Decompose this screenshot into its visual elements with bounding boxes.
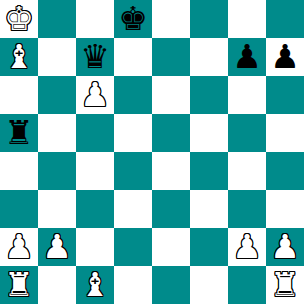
square-b6[interactable] <box>38 76 76 114</box>
piece-white-king[interactable]: ♚ <box>4 0 34 38</box>
square-d1[interactable] <box>114 266 152 304</box>
square-c2[interactable] <box>76 228 114 266</box>
square-f8[interactable] <box>190 0 228 38</box>
square-e7[interactable] <box>152 38 190 76</box>
chess-board: ♚♚♝♛♟♟♟♜♟♟♟♟♜♝♜ <box>0 0 304 304</box>
square-c6[interactable]: ♟ <box>76 76 114 114</box>
square-g3[interactable] <box>228 190 266 228</box>
square-f1[interactable] <box>190 266 228 304</box>
square-a5[interactable]: ♜ <box>0 114 38 152</box>
square-h1[interactable]: ♜ <box>266 266 304 304</box>
square-f3[interactable] <box>190 190 228 228</box>
square-e5[interactable] <box>152 114 190 152</box>
square-f4[interactable] <box>190 152 228 190</box>
square-d7[interactable] <box>114 38 152 76</box>
square-a2[interactable]: ♟ <box>0 228 38 266</box>
piece-white-rook[interactable]: ♜ <box>270 266 300 304</box>
square-e6[interactable] <box>152 76 190 114</box>
square-h3[interactable] <box>266 190 304 228</box>
square-a1[interactable]: ♜ <box>0 266 38 304</box>
square-c1[interactable]: ♝ <box>76 266 114 304</box>
square-h4[interactable] <box>266 152 304 190</box>
square-f7[interactable] <box>190 38 228 76</box>
piece-white-rook[interactable]: ♜ <box>4 266 34 304</box>
square-a6[interactable] <box>0 76 38 114</box>
square-g2[interactable]: ♟ <box>228 228 266 266</box>
square-d5[interactable] <box>114 114 152 152</box>
square-e1[interactable] <box>152 266 190 304</box>
square-b7[interactable] <box>38 38 76 76</box>
square-g6[interactable] <box>228 76 266 114</box>
square-g8[interactable] <box>228 0 266 38</box>
square-d6[interactable] <box>114 76 152 114</box>
square-e4[interactable] <box>152 152 190 190</box>
square-g5[interactable] <box>228 114 266 152</box>
square-h8[interactable] <box>266 0 304 38</box>
square-a7[interactable]: ♝ <box>0 38 38 76</box>
square-c4[interactable] <box>76 152 114 190</box>
square-d2[interactable] <box>114 228 152 266</box>
square-f5[interactable] <box>190 114 228 152</box>
square-a8[interactable]: ♚ <box>0 0 38 38</box>
piece-white-pawn[interactable]: ♟ <box>80 76 110 114</box>
piece-white-pawn[interactable]: ♟ <box>42 228 72 266</box>
square-e3[interactable] <box>152 190 190 228</box>
square-b8[interactable] <box>38 0 76 38</box>
square-b3[interactable] <box>38 190 76 228</box>
piece-white-pawn[interactable]: ♟ <box>270 228 300 266</box>
square-g7[interactable]: ♟ <box>228 38 266 76</box>
square-c8[interactable] <box>76 0 114 38</box>
piece-white-bishop[interactable]: ♝ <box>4 38 34 76</box>
square-d4[interactable] <box>114 152 152 190</box>
square-f6[interactable] <box>190 76 228 114</box>
square-c7[interactable]: ♛ <box>76 38 114 76</box>
square-b4[interactable] <box>38 152 76 190</box>
square-g1[interactable] <box>228 266 266 304</box>
square-h5[interactable] <box>266 114 304 152</box>
square-d3[interactable] <box>114 190 152 228</box>
square-b5[interactable] <box>38 114 76 152</box>
square-b2[interactable]: ♟ <box>38 228 76 266</box>
square-b1[interactable] <box>38 266 76 304</box>
square-e2[interactable] <box>152 228 190 266</box>
piece-black-queen[interactable]: ♛ <box>80 38 110 76</box>
piece-white-bishop[interactable]: ♝ <box>80 266 110 304</box>
square-h2[interactable]: ♟ <box>266 228 304 266</box>
square-c3[interactable] <box>76 190 114 228</box>
square-e8[interactable] <box>152 0 190 38</box>
square-h6[interactable] <box>266 76 304 114</box>
piece-white-pawn[interactable]: ♟ <box>232 228 262 266</box>
piece-black-pawn[interactable]: ♟ <box>270 38 300 76</box>
piece-white-pawn[interactable]: ♟ <box>4 228 34 266</box>
square-a4[interactable] <box>0 152 38 190</box>
piece-black-king[interactable]: ♚ <box>118 0 148 38</box>
square-f2[interactable] <box>190 228 228 266</box>
square-h7[interactable]: ♟ <box>266 38 304 76</box>
square-c5[interactable] <box>76 114 114 152</box>
square-d8[interactable]: ♚ <box>114 0 152 38</box>
piece-black-rook[interactable]: ♜ <box>4 114 34 152</box>
square-a3[interactable] <box>0 190 38 228</box>
piece-black-pawn[interactable]: ♟ <box>232 38 262 76</box>
square-g4[interactable] <box>228 152 266 190</box>
